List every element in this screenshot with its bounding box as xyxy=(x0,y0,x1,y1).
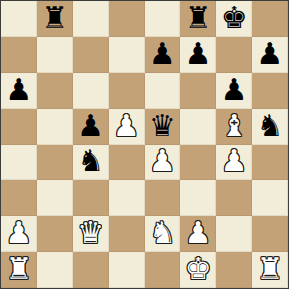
square-b7[interactable] xyxy=(37,37,73,73)
square-d8[interactable] xyxy=(109,1,145,37)
square-a5[interactable] xyxy=(1,109,37,145)
square-h3[interactable] xyxy=(252,180,288,216)
square-e6[interactable] xyxy=(145,73,181,109)
piece-black-rook: ♜ xyxy=(185,3,212,35)
square-c4[interactable]: ♞ xyxy=(73,145,109,181)
square-d6[interactable] xyxy=(109,73,145,109)
piece-black-knight: ♞ xyxy=(77,146,104,178)
square-c8[interactable] xyxy=(73,1,109,37)
square-a3[interactable] xyxy=(1,180,37,216)
square-b5[interactable] xyxy=(37,109,73,145)
chess-board-frame: ♜♜♚♟♟♟♟♟♟♟♛♝♞♞♟♟♟♛♞♟♜♚♜ xyxy=(0,0,289,289)
square-b6[interactable] xyxy=(37,73,73,109)
square-h8[interactable] xyxy=(252,1,288,37)
piece-white-queen: ♛ xyxy=(77,218,104,250)
square-d2[interactable] xyxy=(109,216,145,252)
square-f3[interactable] xyxy=(180,180,216,216)
square-c3[interactable] xyxy=(73,180,109,216)
piece-white-pawn: ♟ xyxy=(185,218,212,250)
square-c7[interactable] xyxy=(73,37,109,73)
square-f6[interactable] xyxy=(180,73,216,109)
piece-black-pawn: ♟ xyxy=(185,39,212,71)
square-h4[interactable] xyxy=(252,145,288,181)
square-a2[interactable]: ♟ xyxy=(1,216,37,252)
square-g8[interactable]: ♚ xyxy=(216,1,252,37)
square-e1[interactable] xyxy=(145,252,181,288)
square-f2[interactable]: ♟ xyxy=(180,216,216,252)
square-d1[interactable] xyxy=(109,252,145,288)
square-c5[interactable]: ♟ xyxy=(73,109,109,145)
square-b8[interactable]: ♜ xyxy=(37,1,73,37)
square-e4[interactable]: ♟ xyxy=(145,145,181,181)
square-d7[interactable] xyxy=(109,37,145,73)
piece-black-knight: ♞ xyxy=(257,111,284,143)
square-d3[interactable] xyxy=(109,180,145,216)
square-f5[interactable] xyxy=(180,109,216,145)
square-a8[interactable] xyxy=(1,1,37,37)
square-e7[interactable]: ♟ xyxy=(145,37,181,73)
piece-black-king: ♚ xyxy=(221,3,248,35)
square-b1[interactable] xyxy=(37,252,73,288)
piece-black-pawn: ♟ xyxy=(257,39,284,71)
square-e3[interactable] xyxy=(145,180,181,216)
piece-black-rook: ♜ xyxy=(41,3,68,35)
square-f8[interactable]: ♜ xyxy=(180,1,216,37)
square-b2[interactable] xyxy=(37,216,73,252)
square-h7[interactable]: ♟ xyxy=(252,37,288,73)
square-g4[interactable]: ♟ xyxy=(216,145,252,181)
square-c6[interactable] xyxy=(73,73,109,109)
piece-white-rook: ♜ xyxy=(5,254,32,286)
piece-white-pawn: ♟ xyxy=(113,111,140,143)
square-b4[interactable] xyxy=(37,145,73,181)
square-e5[interactable]: ♛ xyxy=(145,109,181,145)
square-h5[interactable]: ♞ xyxy=(252,109,288,145)
square-a6[interactable]: ♟ xyxy=(1,73,37,109)
piece-white-rook: ♜ xyxy=(257,254,284,286)
piece-white-pawn: ♟ xyxy=(221,146,248,178)
piece-white-pawn: ♟ xyxy=(149,146,176,178)
square-f1[interactable]: ♚ xyxy=(180,252,216,288)
piece-white-bishop: ♝ xyxy=(221,111,248,143)
piece-black-pawn: ♟ xyxy=(5,75,32,107)
square-e8[interactable] xyxy=(145,1,181,37)
square-b3[interactable] xyxy=(37,180,73,216)
square-g1[interactable] xyxy=(216,252,252,288)
square-f4[interactable] xyxy=(180,145,216,181)
piece-black-pawn: ♟ xyxy=(77,111,104,143)
square-a7[interactable] xyxy=(1,37,37,73)
square-g3[interactable] xyxy=(216,180,252,216)
square-h6[interactable] xyxy=(252,73,288,109)
square-h1[interactable]: ♜ xyxy=(252,252,288,288)
square-a4[interactable] xyxy=(1,145,37,181)
square-e2[interactable]: ♞ xyxy=(145,216,181,252)
piece-white-knight: ♞ xyxy=(149,218,176,250)
piece-black-pawn: ♟ xyxy=(221,75,248,107)
square-f7[interactable]: ♟ xyxy=(180,37,216,73)
chess-board: ♜♜♚♟♟♟♟♟♟♟♛♝♞♞♟♟♟♛♞♟♜♚♜ xyxy=(1,1,288,288)
square-d5[interactable]: ♟ xyxy=(109,109,145,145)
piece-black-pawn: ♟ xyxy=(149,39,176,71)
piece-white-pawn: ♟ xyxy=(5,218,32,250)
piece-white-king: ♚ xyxy=(185,254,212,286)
square-c1[interactable] xyxy=(73,252,109,288)
square-a1[interactable]: ♜ xyxy=(1,252,37,288)
square-g7[interactable] xyxy=(216,37,252,73)
piece-black-queen: ♛ xyxy=(149,111,176,143)
square-g6[interactable]: ♟ xyxy=(216,73,252,109)
square-d4[interactable] xyxy=(109,145,145,181)
square-h2[interactable] xyxy=(252,216,288,252)
square-g2[interactable] xyxy=(216,216,252,252)
square-c2[interactable]: ♛ xyxy=(73,216,109,252)
square-g5[interactable]: ♝ xyxy=(216,109,252,145)
